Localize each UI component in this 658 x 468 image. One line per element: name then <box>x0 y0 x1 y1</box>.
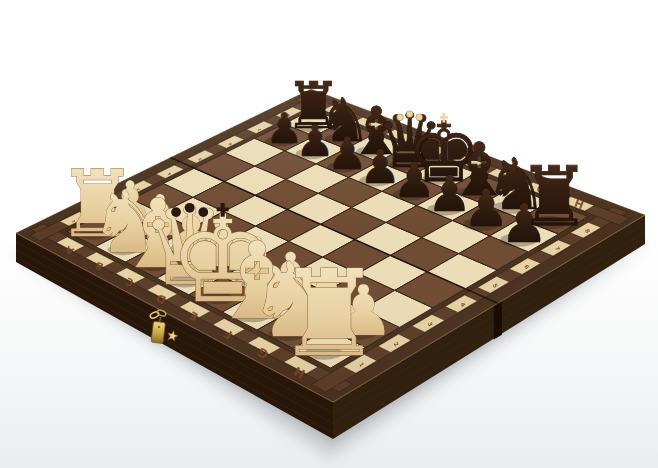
chessboard-scene: AABBCCDDEEFFGGHH1122334455667788♜♞♟♝♟♛♟♚… <box>0 0 658 468</box>
king-cross-finial <box>440 116 448 119</box>
piece-black-pawn-glyph: ♟ <box>500 192 548 255</box>
king-cross-finial <box>217 208 229 212</box>
queen-finial-ball <box>397 114 404 121</box>
product-photo-stage: AABBCCDDEEFFGGHH1122334455667788♜♞♟♝♟♛♟♚… <box>0 0 658 468</box>
piece-white-rook[interactable]: ♜ <box>276 244 383 383</box>
piece-white-rook-glyph: ♜ <box>276 244 383 383</box>
clasp-screw <box>158 326 160 328</box>
clasp-pendant <box>151 321 165 343</box>
piece-black-pawn[interactable]: ♟ <box>500 192 548 255</box>
fold-seam-notch <box>494 301 502 340</box>
